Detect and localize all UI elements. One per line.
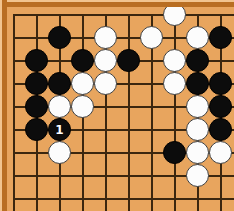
white-stone[interactable] [186, 26, 209, 49]
white-stone[interactable] [209, 141, 232, 164]
white-stone[interactable] [94, 72, 117, 95]
black-stone[interactable] [48, 72, 71, 95]
black-stone[interactable] [209, 26, 232, 49]
black-stone[interactable] [117, 49, 140, 72]
black-stone[interactable] [209, 95, 232, 118]
white-stone[interactable] [94, 26, 117, 49]
white-stone[interactable] [163, 49, 186, 72]
black-stone[interactable] [186, 72, 209, 95]
white-stone[interactable] [186, 95, 209, 118]
white-stone[interactable] [186, 118, 209, 141]
white-stone[interactable] [186, 164, 209, 187]
black-stone[interactable] [71, 49, 94, 72]
white-stone[interactable] [48, 141, 71, 164]
white-stone[interactable] [71, 72, 94, 95]
white-stone[interactable] [48, 95, 71, 118]
black-stone[interactable] [209, 72, 232, 95]
black-stone[interactable] [48, 26, 71, 49]
black-stone[interactable] [25, 118, 48, 141]
black-stone[interactable]: 1 [48, 118, 71, 141]
black-stone[interactable] [25, 49, 48, 72]
white-stone[interactable] [71, 95, 94, 118]
white-stone[interactable] [163, 72, 186, 95]
board-frame-top [0, 0, 234, 7]
board-frame-left [0, 0, 7, 211]
black-stone[interactable] [25, 95, 48, 118]
black-stone[interactable] [25, 72, 48, 95]
white-stone[interactable] [140, 26, 163, 49]
white-stone[interactable] [94, 49, 117, 72]
black-stone[interactable] [209, 118, 232, 141]
go-board[interactable]: 1 [0, 0, 234, 211]
black-stone[interactable] [163, 141, 186, 164]
black-stone[interactable] [186, 49, 209, 72]
white-stone[interactable] [186, 141, 209, 164]
move-label: 1 [55, 124, 63, 136]
